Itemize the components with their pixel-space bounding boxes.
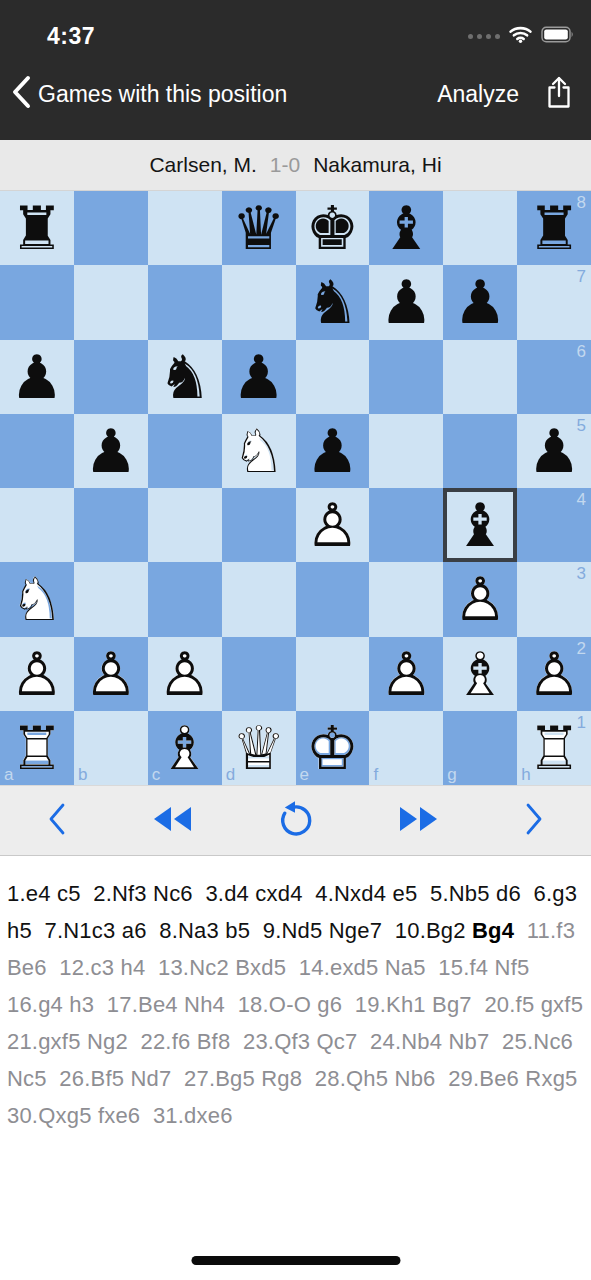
square-b1[interactable]: b [74,711,148,785]
square-f8[interactable]: ♝ [369,191,443,265]
page-title: Games with this position [38,81,287,108]
analyze-button[interactable]: Analyze [437,81,519,108]
file-label: f [373,766,378,783]
white-rook-piece[interactable]: ♜♖ [517,711,591,785]
square-h6[interactable]: 6 [517,340,591,414]
square-g7[interactable]: ♟ [443,265,517,339]
black-knight-piece[interactable]: ♞ [148,340,222,414]
square-a3[interactable]: ♞♘ [0,562,74,636]
reset-button[interactable] [274,797,318,845]
square-f2[interactable]: ♟♙ [369,637,443,711]
square-g1[interactable]: g [443,711,517,785]
black-pawn-piece[interactable]: ♟ [222,340,296,414]
white-player-name: Carlsen, M. [149,153,256,177]
square-e4[interactable]: ♟♙ [296,488,370,562]
chevron-left-icon [44,799,70,843]
battery-icon [541,26,575,47]
file-label: b [78,766,87,783]
square-c1[interactable]: c♝♗ [148,711,222,785]
white-pawn-piece[interactable]: ♟♙ [74,637,148,711]
wifi-icon [509,26,532,47]
square-d1[interactable]: d♛♕ [222,711,296,785]
square-f5[interactable] [369,414,443,488]
square-f6[interactable] [369,340,443,414]
square-f3[interactable] [369,562,443,636]
fast-forward-button[interactable] [398,805,440,837]
black-queen-piece[interactable]: ♛ [222,191,296,265]
rank-label: 6 [577,343,586,360]
square-g8[interactable] [443,191,517,265]
status-bar: 4:37 [0,0,591,58]
white-pawn-piece[interactable]: ♟♙ [443,562,517,636]
square-a7[interactable] [0,265,74,339]
square-b3[interactable] [74,562,148,636]
square-g5[interactable] [443,414,517,488]
square-a1[interactable]: a♜♖ [0,711,74,785]
chevron-left-icon [10,74,32,114]
square-g6[interactable] [443,340,517,414]
square-h4[interactable]: 4 [517,488,591,562]
square-d6[interactable]: ♟ [222,340,296,414]
move-controls [0,785,591,856]
rank-label: 7 [577,268,586,285]
square-a2[interactable]: ♟♙ [0,637,74,711]
square-h7[interactable]: 7 [517,265,591,339]
square-f7[interactable]: ♟ [369,265,443,339]
square-b4[interactable] [74,488,148,562]
square-h2[interactable]: 2♟♙ [517,637,591,711]
top-bar: 4:37 [0,0,591,140]
black-bishop-piece[interactable]: ♝ [369,191,443,265]
black-king-piece[interactable]: ♚ [296,191,370,265]
square-c2[interactable]: ♟♙ [148,637,222,711]
square-g4[interactable]: ♝ [443,488,517,562]
black-rook-piece[interactable]: ♜ [0,191,74,265]
file-label: g [447,766,456,783]
chess-board[interactable]: ♜♛♚♝8♜♞♟♟7♟♞♟6♟♞♘♟5♟♟♙♝4♞♘♟♙3♟♙♟♙♟♙♟♙♝♗2… [0,191,591,785]
square-b7[interactable] [74,265,148,339]
square-d3[interactable] [222,562,296,636]
square-c4[interactable] [148,488,222,562]
square-c7[interactable] [148,265,222,339]
black-pawn-piece[interactable]: ♟ [369,265,443,339]
square-e5[interactable]: ♟ [296,414,370,488]
black-knight-piece[interactable]: ♞ [296,265,370,339]
black-pawn-piece[interactable]: ♟ [296,414,370,488]
square-d7[interactable] [222,265,296,339]
square-h3[interactable]: 3 [517,562,591,636]
white-pawn-piece[interactable]: ♟♙ [517,637,591,711]
black-player-name: Nakamura, Hi [313,153,441,177]
square-d4[interactable] [222,488,296,562]
square-e2[interactable] [296,637,370,711]
rotate-counterclockwise-icon [274,797,318,845]
square-h8[interactable]: 8♜ [517,191,591,265]
current-move[interactable]: Bg4 [472,918,514,943]
square-b2[interactable]: ♟♙ [74,637,148,711]
black-pawn-piece[interactable]: ♟ [517,414,591,488]
rank-label: 3 [577,565,586,582]
square-a6[interactable]: ♟ [0,340,74,414]
home-indicator[interactable] [191,1256,400,1265]
white-bishop-piece[interactable]: ♝♗ [148,711,222,785]
moves-upcoming[interactable]: 11.f3 Be6 12.c3 h4 13.Nc2 Bxd5 14.exd5 N… [7,918,591,1128]
chevron-right-icon [521,799,547,843]
square-d8[interactable]: ♛ [222,191,296,265]
white-pawn-piece[interactable]: ♟♙ [369,637,443,711]
share-button[interactable] [545,75,573,113]
white-pawn-piece[interactable]: ♟♙ [0,637,74,711]
square-h5[interactable]: 5♟ [517,414,591,488]
white-knight-piece[interactable]: ♞♘ [0,562,74,636]
square-b5[interactable]: ♟ [74,414,148,488]
square-b6[interactable] [74,340,148,414]
white-king-piece[interactable]: ♚♔ [296,711,370,785]
game-result: 1-0 [270,153,300,177]
back-button[interactable]: Games with this position [10,74,287,114]
square-e8[interactable]: ♚ [296,191,370,265]
square-a4[interactable] [0,488,74,562]
black-pawn-piece[interactable]: ♟ [0,340,74,414]
square-g2[interactable]: ♝♗ [443,637,517,711]
cellular-signal-icon [468,34,500,39]
square-c6[interactable]: ♞ [148,340,222,414]
white-rook-piece[interactable]: ♜♖ [0,711,74,785]
square-c5[interactable] [148,414,222,488]
black-pawn-piece[interactable]: ♟ [74,414,148,488]
square-e1[interactable]: e♚♔ [296,711,370,785]
white-knight-piece[interactable]: ♞♘ [222,414,296,488]
square-a8[interactable]: ♜ [0,191,74,265]
white-bishop-piece[interactable]: ♝♗ [443,637,517,711]
square-a5[interactable] [0,414,74,488]
black-bishop-piece[interactable]: ♝ [443,488,517,562]
square-e3[interactable] [296,562,370,636]
previous-game-button[interactable] [44,799,70,843]
square-d5[interactable]: ♞♘ [222,414,296,488]
white-queen-piece[interactable]: ♛♕ [222,711,296,785]
square-e7[interactable]: ♞ [296,265,370,339]
double-triangle-right-icon [398,805,440,837]
double-triangle-left-icon [151,805,193,837]
square-c3[interactable] [148,562,222,636]
white-pawn-piece[interactable]: ♟♙ [148,637,222,711]
square-c8[interactable] [148,191,222,265]
navigation-bar: Games with this position Analyze [0,58,591,140]
square-d2[interactable] [222,637,296,711]
square-h1[interactable]: 1h♜♖ [517,711,591,785]
square-f4[interactable] [369,488,443,562]
rewind-button[interactable] [151,805,193,837]
black-pawn-piece[interactable]: ♟ [443,265,517,339]
white-pawn-piece[interactable]: ♟♙ [296,488,370,562]
rank-label: 4 [577,491,586,508]
square-b8[interactable] [74,191,148,265]
black-rook-piece[interactable]: ♜ [517,191,591,265]
square-f1[interactable]: f [369,711,443,785]
move-list: 1.e4 c5 2.Nf3 Nc6 3.d4 cxd4 4.Nxd4 e5 5.… [0,856,591,1134]
square-e6[interactable] [296,340,370,414]
clock-time: 4:37 [47,23,95,50]
next-game-button[interactable] [521,799,547,843]
game-header: Carlsen, M. 1-0 Nakamura, Hi [0,140,591,191]
square-g3[interactable]: ♟♙ [443,562,517,636]
